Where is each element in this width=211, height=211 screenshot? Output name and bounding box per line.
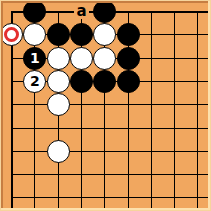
black-stone-move-1: 1 xyxy=(23,47,46,70)
white-stone xyxy=(47,47,70,70)
black-stone xyxy=(23,0,46,23)
black-stone xyxy=(47,23,70,46)
board-border-right xyxy=(208,1,210,210)
white-stone xyxy=(47,70,70,93)
black-stone xyxy=(117,23,140,46)
black-stone xyxy=(70,23,93,46)
board-border-top xyxy=(1,1,210,3)
grid-line-horizontal xyxy=(11,151,211,152)
white-stone xyxy=(93,47,116,70)
grid-line-vertical xyxy=(174,11,175,211)
move-number: 2 xyxy=(30,74,40,88)
grid-line-vertical xyxy=(197,11,198,211)
white-stone-circle-marked xyxy=(0,23,23,46)
grid-line-horizontal xyxy=(11,174,211,175)
board-border-left xyxy=(1,1,3,210)
black-stone xyxy=(93,0,116,23)
move-number: 1 xyxy=(30,51,40,65)
go-board-diagram: a12 xyxy=(0,0,211,211)
grid-line-horizontal xyxy=(11,128,211,129)
board-border-bottom xyxy=(1,208,210,210)
grid-line-horizontal xyxy=(11,104,211,105)
black-stone xyxy=(117,47,140,70)
circle-mark-icon xyxy=(4,27,19,42)
black-stone xyxy=(93,70,116,93)
grid-line-horizontal xyxy=(11,197,211,198)
white-stone xyxy=(23,23,46,46)
white-stone-move-2: 2 xyxy=(23,70,46,93)
black-stone xyxy=(117,70,140,93)
point-label-a: a xyxy=(74,4,88,19)
white-stone xyxy=(93,23,116,46)
go-board: a12 xyxy=(1,1,210,210)
white-stone xyxy=(47,140,70,163)
grid-line-vertical xyxy=(151,11,152,211)
white-stone xyxy=(70,47,93,70)
white-stone xyxy=(47,93,70,116)
black-stone xyxy=(70,70,93,93)
